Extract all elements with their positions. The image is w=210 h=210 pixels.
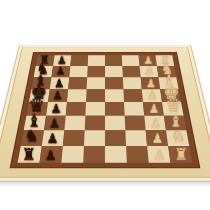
square[interactable]: ♞ <box>166 130 189 146</box>
square[interactable]: ♟ <box>44 116 66 131</box>
square[interactable] <box>68 77 87 89</box>
square[interactable] <box>105 146 127 163</box>
square[interactable] <box>61 146 84 163</box>
square[interactable]: ♟ <box>46 102 67 116</box>
square[interactable] <box>83 146 105 163</box>
square[interactable] <box>123 89 143 102</box>
square[interactable] <box>87 66 105 77</box>
square[interactable] <box>122 55 140 66</box>
square[interactable]: ♟ <box>141 77 161 89</box>
square[interactable] <box>126 146 149 163</box>
square[interactable] <box>88 55 105 66</box>
square[interactable] <box>123 77 142 89</box>
square[interactable] <box>125 130 147 146</box>
square[interactable]: ♟ <box>50 77 70 89</box>
walnut-border: ♜♟♟♜♞♟♟♞♝♟♟♝♚♟♟♚♛♟♟♛♝♟♟♝♞♟♟♞♜♟♟♜ <box>10 52 201 168</box>
square[interactable]: ♟ <box>48 89 68 102</box>
square[interactable] <box>70 55 88 66</box>
white-rook-piece[interactable]: ♜ <box>170 146 192 162</box>
square[interactable] <box>105 55 122 66</box>
white-knight-piece[interactable]: ♞ <box>168 129 189 146</box>
square[interactable] <box>124 102 144 116</box>
board-frame: ♜♟♟♜♞♟♟♞♝♟♟♝♚♟♟♚♛♟♟♛♝♟♟♝♞♟♟♞♜♟♟♜ <box>0 45 210 182</box>
square[interactable] <box>67 89 87 102</box>
square[interactable] <box>87 77 105 89</box>
square[interactable] <box>105 116 125 131</box>
square[interactable] <box>64 116 85 131</box>
square[interactable] <box>105 77 123 89</box>
white-pawn-piece[interactable]: ♟ <box>145 117 165 130</box>
square[interactable] <box>63 130 85 146</box>
square[interactable]: ♟ <box>142 89 162 102</box>
square[interactable]: ♟ <box>143 102 164 116</box>
white-pawn-piece[interactable]: ♟ <box>149 148 171 162</box>
square[interactable] <box>86 89 105 102</box>
square[interactable] <box>85 102 105 116</box>
square[interactable]: ♜ <box>168 146 192 163</box>
square[interactable]: ♜ <box>18 146 42 163</box>
square[interactable] <box>85 116 105 131</box>
square[interactable] <box>66 102 86 116</box>
square[interactable]: ♟ <box>39 146 62 163</box>
black-knight-piece[interactable]: ♞ <box>21 129 42 146</box>
square[interactable]: ♟ <box>42 130 65 146</box>
square[interactable]: ♟ <box>146 130 169 146</box>
square[interactable] <box>105 66 123 77</box>
black-pawn-piece[interactable]: ♟ <box>52 66 70 77</box>
square[interactable]: ♟ <box>147 146 170 163</box>
square[interactable]: ♟ <box>144 116 166 131</box>
square[interactable] <box>105 130 126 146</box>
black-rook-piece[interactable]: ♜ <box>18 146 40 162</box>
black-pawn-piece[interactable]: ♟ <box>50 77 68 89</box>
square[interactable] <box>105 102 125 116</box>
square[interactable] <box>84 130 105 146</box>
black-pawn-piece[interactable]: ♟ <box>48 90 67 102</box>
square[interactable] <box>122 66 140 77</box>
white-pawn-piece[interactable]: ♟ <box>143 90 162 102</box>
black-pawn-piece[interactable]: ♟ <box>46 103 66 115</box>
white-pawn-piece[interactable]: ♟ <box>142 77 160 89</box>
white-pawn-piece[interactable]: ♟ <box>144 103 164 115</box>
board-perspective-wrapper: ♜♟♟♜♞♟♟♞♝♟♟♝♚♟♟♚♛♟♟♛♝♟♟♝♞♟♟♞♜♟♟♜ <box>5 6 205 198</box>
black-pawn-piece[interactable]: ♟ <box>44 117 64 130</box>
square[interactable] <box>125 116 146 131</box>
black-pawn-piece[interactable]: ♟ <box>40 148 62 162</box>
square[interactable]: ♞ <box>21 130 44 146</box>
black-pawn-piece[interactable]: ♟ <box>42 132 63 145</box>
square[interactable] <box>105 89 124 102</box>
chess-board[interactable]: ♜♟♟♜♞♟♟♞♝♟♟♝♚♟♟♚♛♟♟♛♝♟♟♝♞♟♟♞♜♟♟♜ <box>18 55 193 162</box>
chess-set-photo: ♜♟♟♜♞♟♟♞♝♟♟♝♚♟♟♚♛♟♟♛♝♟♟♝♞♟♟♞♜♟♟♜ <box>0 0 210 210</box>
white-pawn-piece[interactable]: ♟ <box>141 66 159 77</box>
white-pawn-piece[interactable]: ♟ <box>147 132 168 145</box>
square[interactable] <box>69 66 87 77</box>
